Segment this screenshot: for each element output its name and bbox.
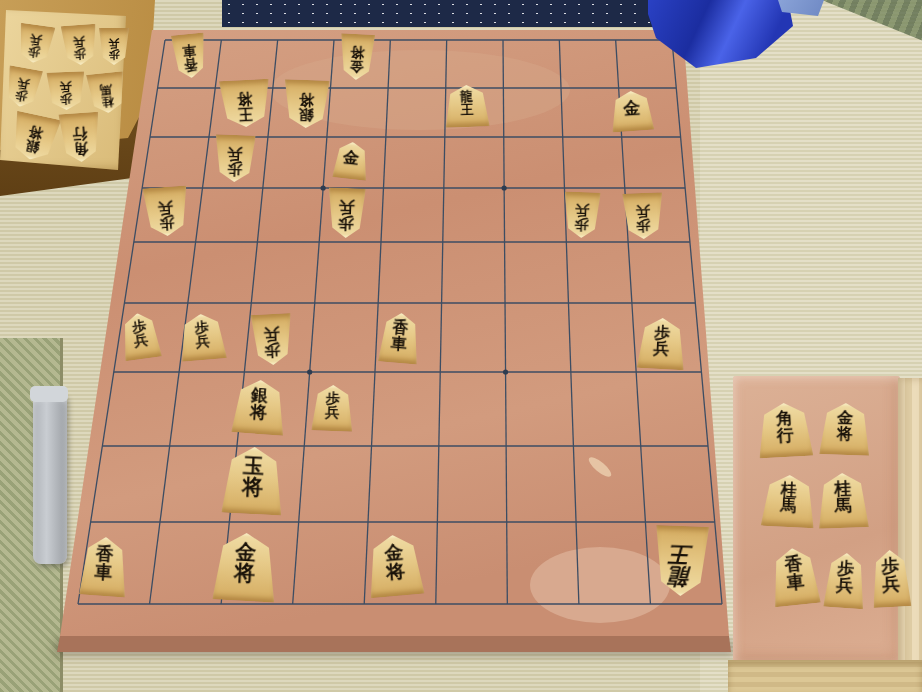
piece-kanji: 兵 — [882, 575, 901, 594]
piece-kanji: 兵 — [338, 198, 355, 215]
piece-kanji: 兵 — [636, 204, 650, 219]
piece-kanji: 行 — [776, 427, 794, 445]
piece-kanji: 兵 — [836, 577, 854, 595]
piece-kanji: 兵 — [227, 145, 243, 161]
hand-piece-sente-3-桂馬[interactable]: 桂馬 — [817, 472, 869, 529]
piece-kanji: 歩 — [60, 93, 72, 106]
hand-piece-sente-6-歩兵[interactable]: 歩兵 — [871, 549, 912, 608]
piece-kanji: 龍 — [670, 564, 692, 587]
piece-kanji: 歩 — [574, 217, 588, 232]
piece-kanji: 兵 — [575, 203, 589, 218]
piece-7七-銀将[interactable]: 銀将 — [231, 378, 287, 435]
piece-2四-歩兵[interactable]: 歩兵 — [563, 191, 601, 238]
piece-kanji: 兵 — [60, 80, 72, 93]
piece-1二-金[interactable]: 金 — [610, 90, 655, 133]
piece-kanji: 兵 — [72, 35, 85, 48]
piece-kanji: 兵 — [652, 341, 669, 358]
piece-kanji: 将 — [27, 124, 44, 141]
piece-1四-歩兵[interactable]: 歩兵 — [622, 192, 664, 239]
piece-kanji: 将 — [350, 45, 365, 60]
piece-1六-歩兵[interactable]: 歩兵 — [636, 317, 686, 370]
piece-kanji: 車 — [94, 563, 113, 583]
hand-piece-gote-1-歩兵[interactable]: 歩兵 — [60, 24, 98, 66]
piece-kanji: 将 — [249, 404, 267, 422]
piece-kanji: 金 — [349, 59, 364, 74]
piece-6四-歩兵[interactable]: 歩兵 — [327, 187, 366, 238]
hand-piece-gote-7-角行[interactable]: 角行 — [58, 112, 101, 164]
piece-8三-歩兵[interactable]: 歩兵 — [214, 134, 256, 182]
hand-piece-sente-2-桂馬[interactable]: 桂馬 — [760, 474, 816, 529]
piece-kanji: 金 — [342, 149, 360, 167]
piece-kanji: 将 — [385, 562, 406, 583]
piece-kanji: 兵 — [325, 405, 339, 420]
piece-7九-金将[interactable]: 金将 — [212, 531, 277, 602]
piece-kanji: 兵 — [158, 199, 174, 215]
hand-piece-sente-4-香車[interactable]: 香車 — [769, 546, 821, 607]
piece-1九-龍王[interactable]: 龍王 — [653, 525, 708, 597]
hand-piece-gote-0-歩兵[interactable]: 歩兵 — [15, 23, 55, 66]
piece-6七-歩兵[interactable]: 歩兵 — [311, 384, 354, 431]
piece-9九-香車[interactable]: 香車 — [79, 535, 129, 597]
piece-kanji: 将 — [837, 426, 854, 443]
piece-7六-歩兵[interactable]: 歩兵 — [251, 313, 294, 366]
piece-7二-銀将[interactable]: 銀将 — [283, 79, 330, 129]
hand-piece-gote-4-歩兵[interactable]: 歩兵 — [46, 71, 85, 110]
piece-6一-金将[interactable]: 金将 — [339, 33, 375, 81]
piece-kanji: 車 — [181, 43, 196, 59]
piece-kanji: 将 — [298, 91, 314, 107]
hand-piece-gote-2-歩兵[interactable]: 歩兵 — [99, 28, 129, 65]
piece-kanji: 兵 — [195, 334, 210, 349]
pieces-layer: 香車金将王将銀将龍王金歩兵金歩兵歩兵歩兵歩兵歩兵歩兵歩兵香車歩兵銀将歩兵玉将香車… — [0, 0, 922, 692]
piece-kanji: 金 — [623, 99, 641, 117]
piece-kanji: 香 — [182, 57, 197, 73]
piece-kanji: 将 — [237, 90, 253, 106]
piece-kanji: 歩 — [636, 218, 650, 233]
piece-kanji: 車 — [786, 572, 806, 592]
piece-7八-玉将[interactable]: 玉将 — [221, 445, 284, 515]
piece-kanji: 行 — [72, 125, 88, 141]
piece-9一-香車[interactable]: 香車 — [170, 32, 207, 79]
hand-piece-sente-0-角行[interactable]: 角行 — [757, 402, 814, 459]
piece-kanji: 歩 — [337, 214, 354, 231]
piece-kanji: 馬 — [99, 83, 112, 96]
hand-piece-sente-1-金将[interactable]: 金将 — [819, 402, 871, 456]
hand-piece-gote-5-桂馬[interactable]: 桂馬 — [86, 71, 127, 115]
piece-kanji: 将 — [234, 563, 256, 585]
piece-5六-香車[interactable]: 香車 — [377, 311, 420, 364]
hand-piece-gote-3-歩兵[interactable]: 歩兵 — [3, 65, 43, 109]
piece-8六-歩兵[interactable]: 歩兵 — [178, 312, 227, 362]
piece-kanji: 兵 — [133, 332, 149, 348]
piece-kanji: 兵 — [29, 33, 43, 47]
piece-5九-金将[interactable]: 金将 — [365, 533, 424, 598]
shogi-photo-scene: { "game": "shogi", "scene_description": … — [0, 0, 922, 692]
piece-kanji: 将 — [242, 477, 264, 499]
piece-kanji: 歩 — [109, 49, 120, 60]
piece-kanji: 馬 — [779, 498, 796, 515]
piece-9六-歩兵[interactable]: 歩兵 — [118, 311, 161, 362]
piece-kanji: 兵 — [109, 38, 120, 49]
piece-kanji: 兵 — [17, 77, 31, 91]
piece-kanji: 兵 — [263, 325, 280, 342]
piece-kanji: 馬 — [834, 497, 852, 515]
piece-8二-王将[interactable]: 王将 — [219, 79, 271, 129]
piece-kanji: 歩 — [73, 47, 86, 60]
hand-piece-sente-5-歩兵[interactable]: 歩兵 — [823, 552, 867, 610]
hand-piece-gote-6-銀将[interactable]: 銀将 — [7, 111, 60, 164]
piece-kanji: 王 — [670, 542, 692, 565]
piece-kanji: 車 — [390, 336, 407, 354]
piece-9四-歩兵[interactable]: 歩兵 — [142, 186, 189, 238]
piece-4二-龍王[interactable]: 龍王 — [444, 84, 489, 128]
piece-6三-金[interactable]: 金 — [332, 140, 370, 180]
piece-kanji: 王 — [460, 103, 473, 117]
